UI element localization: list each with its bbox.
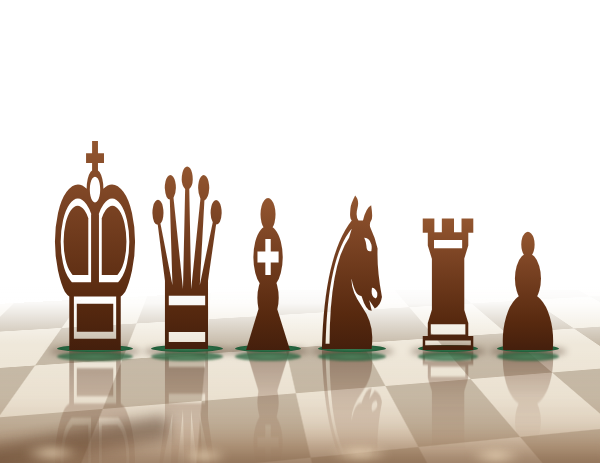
queen-piece[interactable]: ♛ [141,138,233,388]
chess-photo-stage: ♚ ♚ ♛ ♛ ♝ ♝ ♞ ♞ ♜ ♜ ♟ [0,0,600,463]
pawn-piece[interactable]: ♟ [490,213,566,375]
knight-piece[interactable]: ♞ [305,172,399,382]
bishop-piece[interactable]: ♝ [226,174,310,382]
king-piece[interactable]: ♚ [44,108,147,394]
rook-piece[interactable]: ♜ [408,198,489,378]
